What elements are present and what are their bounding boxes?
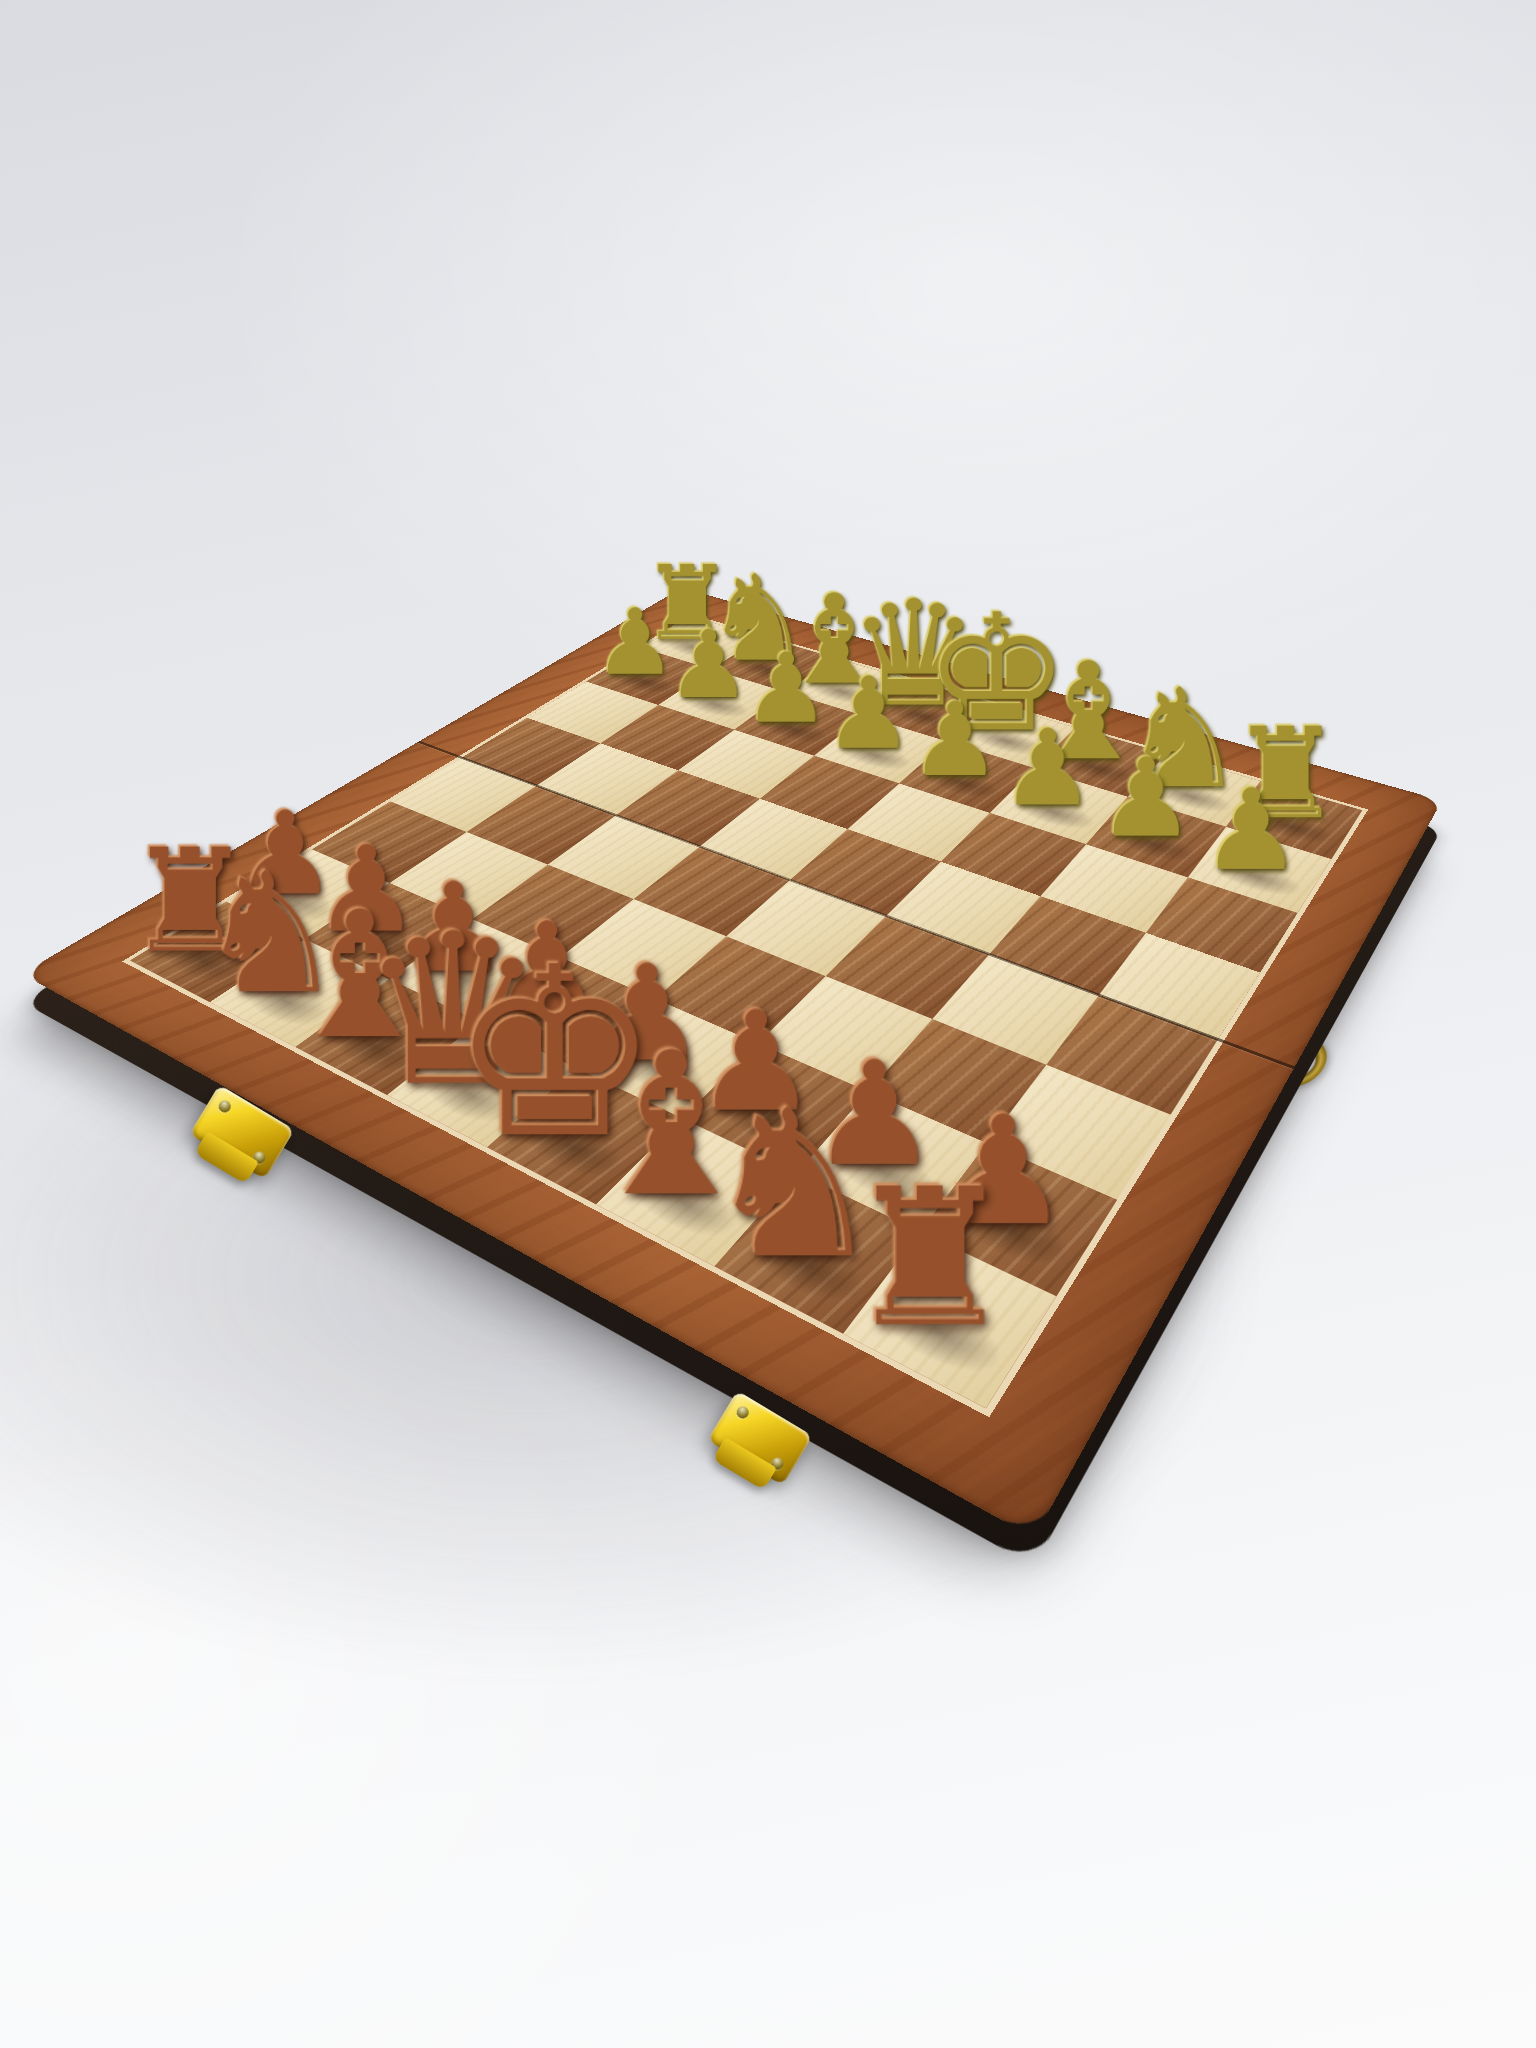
brass-pawn: ♟ (824, 668, 913, 759)
brass-pawn: ♟ (594, 601, 676, 685)
brass-pawn: ♟ (1001, 720, 1095, 817)
brass-pawn: ♟ (667, 622, 751, 708)
chess-set: ♜♞♝♛♚♝♞♜♟♟♟♟♟♟♟♟♟♟♟♟♟♟♟♟♜♞♝♛♚♝♞♜ (280, 370, 1300, 1390)
brass-pawn: ♟ (1097, 748, 1194, 848)
board-top-layer: ♜♞♝♛♚♝♞♜♟♟♟♟♟♟♟♟♟♟♟♟♟♟♟♟♜♞♝♛♚♝♞♜ (280, 370, 1300, 1390)
brass-pawn: ♟ (910, 693, 1002, 787)
brass-pawn: ♟ (1201, 779, 1302, 882)
square-r4c6 (886, 862, 1040, 954)
copper-rook: ♜ (844, 1170, 1015, 1345)
square-r3c5 (847, 783, 989, 861)
brass-pawn: ♟ (743, 644, 829, 733)
square-r3c6 (941, 813, 1086, 897)
playing-field: ♜♞♝♛♚♝♞♜♟♟♟♟♟♟♟♟♟♟♟♟♟♟♟♟♜♞♝♛♚♝♞♜ (122, 614, 1368, 1417)
clasp-screw (216, 1098, 232, 1114)
studio-backdrop: ♜♞♝♛♚♝♞♜♟♟♟♟♟♟♟♟♟♟♟♟♟♟♟♟♜♞♝♛♚♝♞♜ (0, 0, 1536, 2048)
clasp-screw (734, 1404, 750, 1420)
